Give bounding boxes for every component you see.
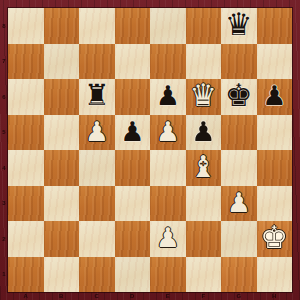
- square-d4[interactable]: [115, 150, 151, 186]
- rank-label-5: 5: [1, 129, 7, 135]
- piece-black-pawn-d5[interactable]: ♟: [120, 118, 144, 145]
- square-g4[interactable]: [221, 150, 257, 186]
- rank-label-7: 7: [1, 58, 7, 64]
- file-label-G: G: [234, 293, 244, 300]
- rank-label-8: 8: [1, 23, 7, 29]
- rank-label-4: 4: [1, 165, 7, 171]
- square-a3[interactable]: [8, 186, 44, 222]
- square-h3[interactable]: [257, 186, 293, 222]
- square-b6[interactable]: [44, 79, 80, 115]
- square-e5[interactable]: ♟: [150, 115, 186, 151]
- rank-label-6: 6: [1, 94, 7, 100]
- piece-white-pawn-c5[interactable]: ♟: [85, 118, 109, 145]
- square-e7[interactable]: [150, 44, 186, 80]
- square-h7[interactable]: [257, 44, 293, 80]
- square-h1[interactable]: [257, 257, 293, 293]
- square-d1[interactable]: [115, 257, 151, 293]
- square-g1[interactable]: [221, 257, 257, 293]
- square-c7[interactable]: [79, 44, 115, 80]
- piece-black-pawn-h6[interactable]: ♟: [262, 82, 286, 109]
- square-e2[interactable]: ♟: [150, 221, 186, 257]
- piece-white-pawn-g3[interactable]: ♟: [227, 189, 251, 216]
- square-d7[interactable]: [115, 44, 151, 80]
- rank-label-2: 2: [1, 236, 7, 242]
- square-b5[interactable]: [44, 115, 80, 151]
- piece-white-bishop-f4[interactable]: ♝: [190, 152, 217, 182]
- square-e4[interactable]: [150, 150, 186, 186]
- square-h8[interactable]: [257, 8, 293, 44]
- square-f1[interactable]: [186, 257, 222, 293]
- square-c1[interactable]: [79, 257, 115, 293]
- file-label-B: B: [56, 293, 66, 300]
- file-label-E: E: [163, 293, 173, 300]
- piece-black-queen-g8[interactable]: ♛: [225, 9, 253, 40]
- square-c2[interactable]: [79, 221, 115, 257]
- piece-white-pawn-e2[interactable]: ♟: [156, 224, 180, 251]
- file-label-C: C: [92, 293, 102, 300]
- square-h5[interactable]: [257, 115, 293, 151]
- square-b7[interactable]: [44, 44, 80, 80]
- square-g5[interactable]: [221, 115, 257, 151]
- square-d8[interactable]: [115, 8, 151, 44]
- square-h2[interactable]: ♚: [257, 221, 293, 257]
- square-f5[interactable]: ♟: [186, 115, 222, 151]
- square-c5[interactable]: ♟: [79, 115, 115, 151]
- square-e8[interactable]: [150, 8, 186, 44]
- square-a8[interactable]: [8, 8, 44, 44]
- square-d5[interactable]: ♟: [115, 115, 151, 151]
- piece-black-rook-c6[interactable]: ♜: [84, 81, 110, 110]
- square-a4[interactable]: [8, 150, 44, 186]
- square-f2[interactable]: [186, 221, 222, 257]
- square-a2[interactable]: [8, 221, 44, 257]
- file-label-A: A: [21, 293, 31, 300]
- square-c3[interactable]: [79, 186, 115, 222]
- square-b1[interactable]: [44, 257, 80, 293]
- square-f8[interactable]: [186, 8, 222, 44]
- square-e6[interactable]: ♟: [150, 79, 186, 115]
- square-e3[interactable]: [150, 186, 186, 222]
- square-c6[interactable]: ♜: [79, 79, 115, 115]
- square-g6[interactable]: ♚: [221, 79, 257, 115]
- square-g2[interactable]: [221, 221, 257, 257]
- square-h6[interactable]: ♟: [257, 79, 293, 115]
- square-a1[interactable]: [8, 257, 44, 293]
- rank-label-3: 3: [1, 200, 7, 206]
- piece-black-king-g6[interactable]: ♚: [225, 80, 253, 111]
- piece-white-queen-f6[interactable]: ♛: [189, 80, 217, 111]
- square-f4[interactable]: ♝: [186, 150, 222, 186]
- file-label-F: F: [198, 293, 208, 300]
- square-g3[interactable]: ♟: [221, 186, 257, 222]
- square-h4[interactable]: [257, 150, 293, 186]
- square-a5[interactable]: [8, 115, 44, 151]
- square-c8[interactable]: [79, 8, 115, 44]
- square-f3[interactable]: [186, 186, 222, 222]
- square-a6[interactable]: [8, 79, 44, 115]
- piece-black-pawn-e6[interactable]: ♟: [156, 82, 180, 109]
- rank-label-1: 1: [1, 271, 7, 277]
- square-e1[interactable]: [150, 257, 186, 293]
- square-b3[interactable]: [44, 186, 80, 222]
- square-g8[interactable]: ♛: [221, 8, 257, 44]
- piece-black-pawn-f5[interactable]: ♟: [191, 118, 215, 145]
- square-f7[interactable]: [186, 44, 222, 80]
- file-label-D: D: [127, 293, 137, 300]
- square-b4[interactable]: [44, 150, 80, 186]
- square-a7[interactable]: [8, 44, 44, 80]
- square-g7[interactable]: [221, 44, 257, 80]
- square-f6[interactable]: ♛: [186, 79, 222, 115]
- square-d3[interactable]: [115, 186, 151, 222]
- piece-white-pawn-e5[interactable]: ♟: [156, 118, 180, 145]
- piece-white-king-h2[interactable]: ♚: [260, 222, 288, 253]
- square-b2[interactable]: [44, 221, 80, 257]
- square-d2[interactable]: [115, 221, 151, 257]
- square-d6[interactable]: [115, 79, 151, 115]
- chessboard-screenshot: ♛♜♟♛♚♟♟♟♟♟♝♟♟♚ 87654321ABCDEFGH: [0, 0, 300, 300]
- square-c4[interactable]: [79, 150, 115, 186]
- file-label-H: H: [269, 293, 279, 300]
- square-b8[interactable]: [44, 8, 80, 44]
- chess-board[interactable]: ♛♜♟♛♚♟♟♟♟♟♝♟♟♚: [8, 8, 292, 292]
